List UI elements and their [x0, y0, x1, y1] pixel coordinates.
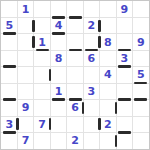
cell-r5c2[interactable]: [17, 67, 33, 83]
given-digit: 4: [104, 69, 112, 80]
cell-r8c4[interactable]: [50, 116, 66, 132]
given-digit: 3: [88, 86, 96, 97]
cell-r3c1[interactable]: [1, 34, 17, 50]
given-digit: 1: [55, 86, 63, 97]
cell-r8c5[interactable]: [67, 116, 83, 132]
given-digit: 3: [5, 119, 13, 130]
cell-r5c6[interactable]: [83, 67, 99, 83]
consecutive-marker-vertical: [115, 102, 118, 114]
given-digit: 7: [38, 119, 46, 130]
consecutive-marker-vertical: [16, 118, 19, 130]
cell-r2c5[interactable]: [67, 17, 83, 33]
cell-r1c4[interactable]: [50, 1, 66, 17]
consecutive-marker-horizontal: [3, 65, 16, 68]
consecutive-marker-horizontal: [69, 98, 82, 101]
cell-r9c5[interactable]: 2: [67, 133, 83, 149]
cell-r9c2[interactable]: 7: [17, 133, 33, 149]
cell-r1c9[interactable]: [133, 1, 149, 17]
given-digit: 1: [22, 4, 30, 15]
cell-r5c5[interactable]: [67, 67, 83, 83]
cell-r3c5[interactable]: [67, 34, 83, 50]
cell-r4c5[interactable]: [67, 50, 83, 66]
cell-r4c3[interactable]: [34, 50, 50, 66]
cell-r4c9[interactable]: [133, 50, 149, 66]
given-digit: 9: [22, 102, 30, 113]
given-digit: 3: [121, 53, 129, 64]
cell-r6c6[interactable]: 3: [83, 83, 99, 99]
cell-r7c6[interactable]: [83, 100, 99, 116]
consecutive-marker-vertical: [32, 20, 35, 32]
cell-r8c7[interactable]: 2: [100, 116, 116, 132]
cell-r1c6[interactable]: [83, 1, 99, 17]
cell-r5c3[interactable]: [34, 67, 50, 83]
given-digit: 2: [88, 20, 96, 31]
consecutive-marker-vertical: [98, 36, 101, 48]
cell-r5c7[interactable]: 4: [100, 67, 116, 83]
cell-r8c2[interactable]: [17, 116, 33, 132]
cell-r6c3[interactable]: [34, 83, 50, 99]
consecutive-marker-horizontal: [52, 16, 65, 19]
consecutive-marker-horizontal: [69, 16, 82, 19]
consecutive-marker-vertical: [98, 20, 101, 32]
puzzle-board: 1954218986345139637272: [0, 0, 150, 150]
consecutive-marker-horizontal: [118, 98, 131, 101]
cell-r5c4[interactable]: [50, 67, 66, 83]
cell-r5c1[interactable]: [1, 67, 17, 83]
consecutive-marker-horizontal: [134, 98, 147, 101]
cell-r3c3[interactable]: 1: [34, 34, 50, 50]
cell-r5c8[interactable]: [116, 67, 132, 83]
cell-r3c4[interactable]: [50, 34, 66, 50]
consecutive-marker-horizontal: [134, 82, 147, 85]
cell-r3c7[interactable]: 8: [100, 34, 116, 50]
cell-r4c4[interactable]: 8: [50, 50, 66, 66]
given-digit: 6: [88, 53, 96, 64]
given-digit: 2: [104, 119, 112, 130]
cell-r9c6[interactable]: [83, 133, 99, 149]
consecutive-marker-horizontal: [52, 32, 65, 35]
cell-r1c8[interactable]: 9: [116, 1, 132, 17]
consecutive-marker-horizontal: [3, 98, 16, 101]
consecutive-marker-horizontal: [118, 65, 131, 68]
cell-r9c9[interactable]: [133, 133, 149, 149]
consecutive-marker-horizontal: [3, 131, 16, 134]
cell-r6c2[interactable]: [17, 83, 33, 99]
cell-r9c8[interactable]: [116, 133, 132, 149]
cell-r7c7[interactable]: [100, 100, 116, 116]
cell-r4c2[interactable]: [17, 50, 33, 66]
cell-r7c2[interactable]: 9: [17, 100, 33, 116]
cell-r8c3[interactable]: 7: [34, 116, 50, 132]
cell-r2c3[interactable]: [34, 17, 50, 33]
given-digit: 9: [121, 4, 129, 15]
given-digit: 9: [137, 37, 145, 48]
cell-r1c1[interactable]: [1, 1, 17, 17]
cell-r7c5[interactable]: 6: [67, 100, 83, 116]
given-digit: 6: [71, 102, 79, 113]
cell-r7c4[interactable]: [50, 100, 66, 116]
cell-r8c9[interactable]: [133, 116, 149, 132]
consecutive-marker-horizontal: [118, 131, 131, 134]
cell-r7c1[interactable]: [1, 100, 17, 116]
cell-r7c9[interactable]: [133, 100, 149, 116]
given-digit: 5: [5, 20, 13, 31]
given-digit: 1: [38, 37, 46, 48]
cell-r2c8[interactable]: [116, 17, 132, 33]
cell-r6c7[interactable]: [100, 83, 116, 99]
given-digit: 8: [104, 37, 112, 48]
cell-r7c8[interactable]: [116, 100, 132, 116]
cell-r3c9[interactable]: 9: [133, 34, 149, 50]
consecutive-marker-horizontal: [3, 32, 16, 35]
given-digit: 8: [55, 53, 63, 64]
cell-r9c3[interactable]: [34, 133, 50, 149]
cell-r1c5[interactable]: [67, 1, 83, 17]
cell-r1c2[interactable]: 1: [17, 1, 33, 17]
cell-r9c1[interactable]: [1, 133, 17, 149]
given-digit: 7: [22, 135, 30, 146]
given-digit: 2: [71, 135, 79, 146]
cell-r3c8[interactable]: [116, 34, 132, 50]
cell-r2c7[interactable]: [100, 17, 116, 33]
cell-r2c9[interactable]: [133, 17, 149, 33]
cell-r9c7[interactable]: [100, 133, 116, 149]
consecutive-marker-vertical: [98, 118, 101, 130]
given-digit: 5: [137, 69, 145, 80]
cell-r1c3[interactable]: [34, 1, 50, 17]
given-digit: 4: [55, 20, 63, 31]
cell-r1c7[interactable]: [100, 1, 116, 17]
cell-r7c3[interactable]: [34, 100, 50, 116]
cell-r4c6[interactable]: 6: [83, 50, 99, 66]
cell-r5c9[interactable]: 5: [133, 67, 149, 83]
cell-r9c4[interactable]: [50, 133, 66, 149]
consecutive-marker-vertical: [115, 135, 118, 147]
consecutive-marker-horizontal: [52, 98, 65, 101]
consecutive-marker-vertical: [82, 102, 85, 114]
cell-r4c7[interactable]: [100, 50, 116, 66]
consecutive-marker-vertical: [32, 36, 35, 48]
